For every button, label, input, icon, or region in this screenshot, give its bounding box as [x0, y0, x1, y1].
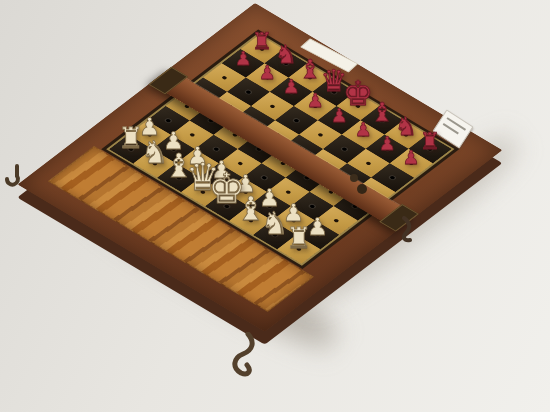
piece-red-rook[interactable]: ♜ [420, 130, 441, 153]
piece-red-pawn[interactable]: ♟ [379, 134, 396, 153]
piece-white-knight[interactable]: ♞ [261, 208, 289, 239]
piece-red-pawn[interactable]: ♟ [259, 63, 276, 82]
piece-red-bishop[interactable]: ♝ [298, 56, 321, 82]
piece-red-pawn[interactable]: ♟ [307, 91, 324, 110]
piece-red-pawn[interactable]: ♟ [355, 120, 372, 139]
piece-red-pawn[interactable]: ♟ [235, 49, 252, 68]
clasp-hook-right-icon [396, 216, 418, 244]
piece-red-knight[interactable]: ♞ [275, 42, 297, 67]
photo-stage: ♜♞♝♛♚♝♞♜♟♟♟♟♟♟♟♟♟♟♟♟♟♟♟♟♜♞♝♛♚♝♞♜ [0, 0, 550, 412]
clasp-hook-left-icon [4, 164, 24, 192]
piece-white-rook[interactable]: ♜ [118, 124, 144, 153]
fold-latch-icon [348, 172, 370, 196]
piece-red-knight[interactable]: ♞ [395, 114, 417, 139]
piece-red-pawn[interactable]: ♟ [283, 77, 300, 96]
piece-red-bishop[interactable]: ♝ [370, 99, 393, 125]
clasp-hook-bottom-icon [228, 332, 258, 384]
piece-red-pawn[interactable]: ♟ [331, 106, 348, 125]
piece-white-rook[interactable]: ♜ [286, 224, 312, 253]
piece-red-pawn[interactable]: ♟ [403, 148, 420, 167]
piece-red-rook[interactable]: ♜ [252, 30, 273, 53]
